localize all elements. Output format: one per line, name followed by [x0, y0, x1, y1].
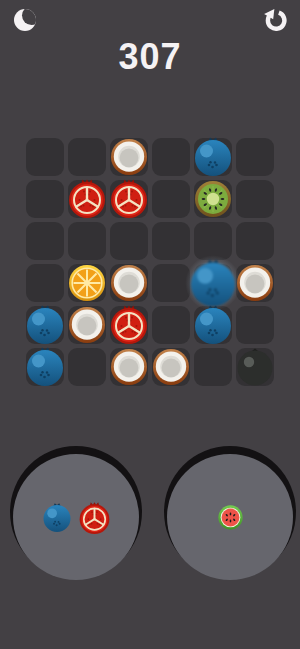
cell-r4c3[interactable]	[110, 264, 148, 302]
pomegranate-piece	[78, 501, 111, 534]
cell-r6c6[interactable]	[236, 348, 274, 386]
cell-r3c6[interactable]	[236, 222, 274, 260]
cell-r2c3[interactable]	[110, 180, 148, 218]
game-board	[26, 138, 274, 386]
undo-button[interactable]	[263, 8, 288, 33]
cell-r2c5[interactable]	[194, 180, 232, 218]
blueberry-piece	[193, 136, 233, 176]
blueberry-piece	[25, 346, 65, 386]
cell-r4c1[interactable]	[26, 264, 64, 302]
cell-r6c5[interactable]	[194, 348, 232, 386]
tray-right[interactable]	[167, 454, 293, 580]
game-screen: 307	[0, 0, 300, 649]
cell-r6c4[interactable]	[152, 348, 190, 386]
undo-icon	[263, 8, 288, 33]
cell-r6c2[interactable]	[68, 348, 106, 386]
cell-r4c4[interactable]	[152, 264, 190, 302]
pomegranate-piece	[67, 178, 107, 218]
cell-r1c4[interactable]	[152, 138, 190, 176]
cell-r3c3[interactable]	[110, 222, 148, 260]
coconut-piece	[151, 346, 191, 386]
blueberry-piece	[193, 304, 233, 344]
cell-r1c2[interactable]	[68, 138, 106, 176]
coconut-piece	[235, 262, 275, 302]
cell-r3c4[interactable]	[152, 222, 190, 260]
coconut-piece	[109, 346, 149, 386]
cell-r3c2[interactable]	[68, 222, 106, 260]
cell-r4c6[interactable]	[236, 264, 274, 302]
cell-r2c4[interactable]	[152, 180, 190, 218]
pomegranate-piece	[109, 178, 149, 218]
darkorb-piece	[235, 346, 275, 386]
cell-r6c3[interactable]	[110, 348, 148, 386]
cell-r1c1[interactable]	[26, 138, 64, 176]
cell-r2c6[interactable]	[236, 180, 274, 218]
cell-r6c1[interactable]	[26, 348, 64, 386]
coconut-piece	[109, 262, 149, 302]
cell-r4c5[interactable]	[194, 264, 232, 302]
cell-r3c5[interactable]	[194, 222, 232, 260]
cell-r5c5[interactable]	[194, 306, 232, 344]
coconut-piece	[67, 304, 107, 344]
blueberry-piece	[25, 304, 65, 344]
score-display: 307	[0, 36, 300, 78]
watermelon-piece	[217, 504, 244, 531]
orange-piece	[67, 262, 107, 302]
blueberry-piece	[42, 502, 72, 532]
cell-r1c5[interactable]	[194, 138, 232, 176]
tray-left[interactable]	[13, 454, 139, 580]
cell-r2c1[interactable]	[26, 180, 64, 218]
kiwi-piece	[193, 178, 233, 218]
pomegranate-piece	[109, 304, 149, 344]
cell-r1c6[interactable]	[236, 138, 274, 176]
coconut-piece	[109, 136, 149, 176]
cell-r5c6[interactable]	[236, 306, 274, 344]
night-mode-button[interactable]	[14, 9, 38, 33]
cell-r5c1[interactable]	[26, 306, 64, 344]
cell-r1c3[interactable]	[110, 138, 148, 176]
cell-r5c4[interactable]	[152, 306, 190, 344]
cell-r5c3[interactable]	[110, 306, 148, 344]
cell-r4c2[interactable]	[68, 264, 106, 302]
cell-r3c1[interactable]	[26, 222, 64, 260]
cell-r2c2[interactable]	[68, 180, 106, 218]
blueberry-piece	[189, 258, 238, 307]
cell-r5c2[interactable]	[68, 306, 106, 344]
moon-icon	[14, 9, 36, 31]
